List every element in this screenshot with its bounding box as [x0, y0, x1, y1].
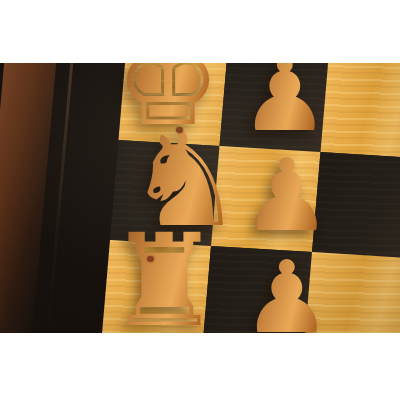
white-pawn: ♟: [242, 146, 332, 246]
board-frame-edge: [0, 63, 57, 333]
square-f5: [321, 63, 400, 158]
product-photo: ♚♟♞♟♜♟: [0, 0, 400, 400]
rook-stamp-mark: [147, 256, 154, 262]
knight-stamp-mark: [176, 127, 183, 133]
white-pawn: ♟: [240, 63, 330, 146]
top-white-band: [0, 0, 400, 63]
white-rook: ♜: [107, 217, 222, 333]
bottom-white-band: [0, 333, 400, 400]
chessboard-photo: ♚♟♞♟♜♟: [0, 63, 400, 333]
white-pawn: ♟: [242, 248, 332, 333]
